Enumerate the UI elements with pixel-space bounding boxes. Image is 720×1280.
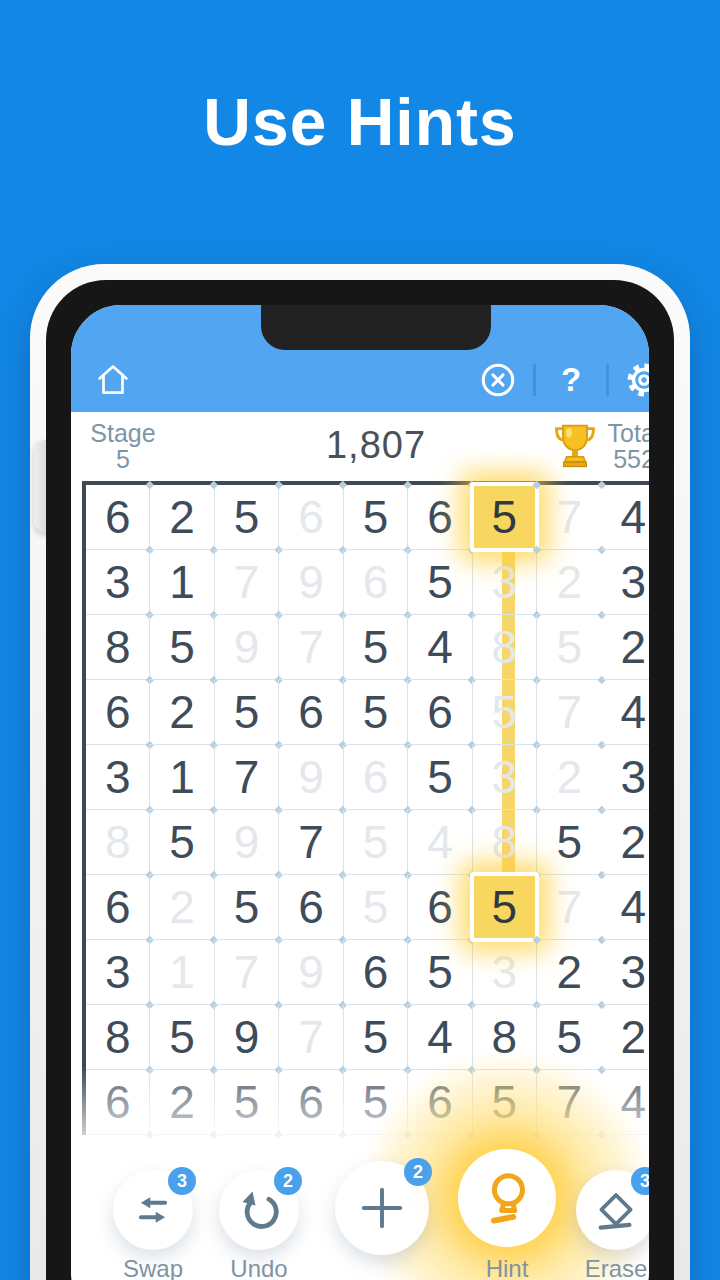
phone-mockup: ? Stage 5 — [30, 264, 690, 1280]
plus-icon — [356, 1182, 408, 1234]
add-badge: 2 — [404, 1158, 432, 1186]
eraser-icon — [593, 1187, 639, 1233]
toolbar: 3 2 2 — [71, 305, 649, 1280]
phone-screen: ? Stage 5 — [71, 305, 649, 1280]
undo-label: Undo — [189, 1255, 329, 1280]
erase-label: Erase — [546, 1255, 649, 1280]
undo-icon — [236, 1187, 282, 1233]
undo-badge: 2 — [274, 1167, 302, 1195]
hint-button[interactable] — [458, 1149, 556, 1247]
phone-frame: ? Stage 5 — [46, 280, 674, 1280]
erase-button[interactable]: 3 — [576, 1170, 649, 1250]
add-numbers-button[interactable]: 2 — [335, 1161, 429, 1255]
undo-button[interactable]: 2 — [219, 1170, 299, 1250]
page-title: Use Hints — [0, 84, 720, 160]
swap-button[interactable]: 3 — [113, 1170, 193, 1250]
lightbulb-icon — [478, 1169, 536, 1227]
swap-badge: 3 — [168, 1167, 196, 1195]
swap-icon — [131, 1188, 175, 1232]
